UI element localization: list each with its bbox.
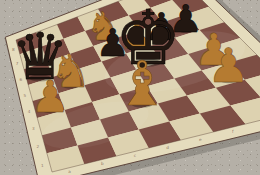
- piece-white-pawn-a4: ♟: [31, 71, 71, 122]
- rank-label-1: 1: [41, 163, 44, 168]
- file-label-b: b: [101, 161, 104, 166]
- piece-white-pawn-g3: ♟: [207, 38, 250, 93]
- file-label-a: a: [68, 169, 71, 174]
- rank-label-2: 2: [36, 144, 39, 149]
- file-label-d: d: [166, 145, 169, 150]
- rank-label-3: 3: [32, 126, 35, 131]
- bishop-dark-finial: [139, 62, 145, 68]
- file-label-e: e: [199, 137, 202, 142]
- chess-board-photo: abcdefgh87654321♞♛♟♟♟♟♞♚♟♟♝♟: [0, 0, 260, 175]
- carpet-background: abcdefgh87654321♞♛♟♟♟♟♞♚♟♟♝♟: [0, 0, 260, 175]
- piece-white-bishop-d3: ♝: [115, 48, 170, 119]
